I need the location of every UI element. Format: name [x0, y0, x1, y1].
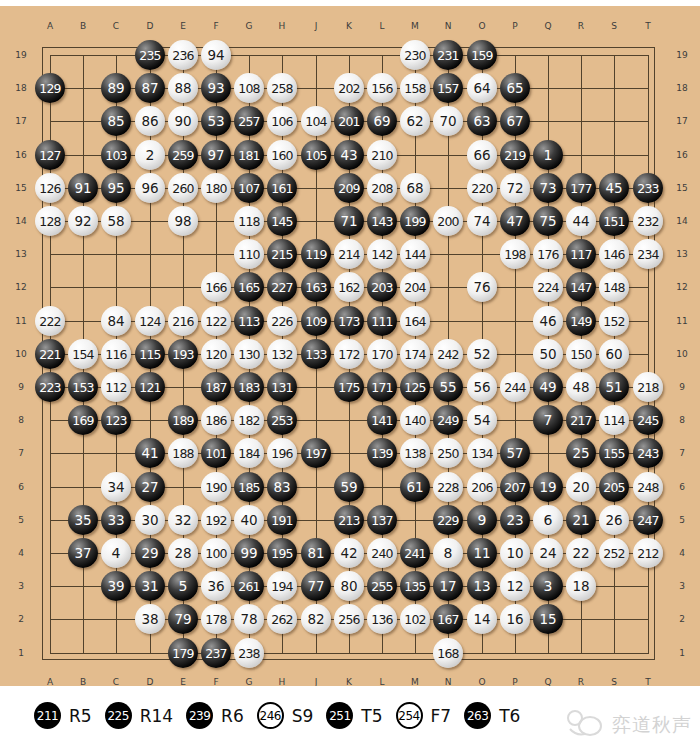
stone-K5: 213 [334, 505, 364, 535]
watermark: 弈道秋声 [563, 706, 692, 744]
col-label-N-top: N [438, 20, 458, 32]
stone-J11: 109 [301, 306, 331, 336]
stone-Q9: 49 [533, 372, 563, 402]
stone-L14: 143 [367, 206, 397, 236]
stone-Q8: 7 [533, 405, 563, 435]
legend-point-T6: T6 [499, 706, 520, 726]
stone-T14: 232 [633, 206, 663, 236]
stone-K9: 175 [334, 372, 364, 402]
legend-stone-225: 225 [105, 702, 132, 729]
stone-T6: 248 [633, 472, 663, 502]
stone-M2: 102 [400, 604, 430, 634]
stone-L10: 170 [367, 339, 397, 369]
stone-D5: 30 [135, 505, 165, 535]
stone-S9: 51 [599, 372, 629, 402]
stone-T7: 243 [633, 438, 663, 468]
stone-G17: 257 [234, 106, 264, 136]
stone-C16: 103 [101, 140, 131, 170]
stone-F6: 190 [201, 472, 231, 502]
stone-K14: 71 [334, 206, 364, 236]
stone-D16: 2 [135, 140, 165, 170]
row-label-8-left: 8 [9, 414, 33, 426]
stone-Q16: 1 [533, 140, 563, 170]
stone-Q6: 19 [533, 472, 563, 502]
stone-H15: 161 [267, 173, 297, 203]
stone-L16: 210 [367, 140, 397, 170]
stone-S8: 114 [599, 405, 629, 435]
stone-O7: 134 [467, 438, 497, 468]
stone-N19: 231 [433, 40, 463, 70]
col-label-B-top: B [73, 20, 93, 32]
legend-point-R5: R5 [69, 706, 92, 726]
col-label-M-top: M [405, 20, 425, 32]
stone-F2: 178 [201, 604, 231, 634]
stone-D17: 86 [135, 106, 165, 136]
stone-O17: 63 [467, 106, 497, 136]
stone-P3: 12 [500, 571, 530, 601]
stone-F17: 53 [201, 106, 231, 136]
stone-F1: 237 [201, 638, 231, 668]
legend-stone-251: 251 [326, 702, 353, 729]
stone-O18: 64 [467, 73, 497, 103]
stone-C5: 33 [101, 505, 131, 535]
row-label-18-left: 18 [9, 82, 33, 94]
col-label-P-top: P [505, 20, 525, 32]
stone-O14: 74 [467, 206, 497, 236]
stone-L15: 208 [367, 173, 397, 203]
stone-J3: 77 [301, 571, 331, 601]
stone-L17: 69 [367, 106, 397, 136]
stone-C15: 95 [101, 173, 131, 203]
stone-J16: 105 [301, 140, 331, 170]
stone-K16: 43 [334, 140, 364, 170]
stone-P18: 65 [500, 73, 530, 103]
stone-F9: 187 [201, 372, 231, 402]
stone-C8: 123 [101, 405, 131, 435]
stone-K2: 256 [334, 604, 364, 634]
stone-M8: 140 [400, 405, 430, 435]
stone-S14: 151 [599, 206, 629, 236]
stone-N17: 70 [433, 106, 463, 136]
stone-E5: 32 [168, 505, 198, 535]
stone-N14: 200 [433, 206, 463, 236]
stone-E8: 189 [168, 405, 198, 435]
stone-C10: 116 [101, 339, 131, 369]
stone-A10: 221 [35, 339, 65, 369]
row-label-6-left: 6 [9, 481, 33, 493]
stone-P13: 198 [500, 239, 530, 269]
stone-H6: 83 [267, 472, 297, 502]
stone-K10: 172 [334, 339, 364, 369]
col-label-F-top: F [206, 20, 226, 32]
stone-K18: 202 [334, 73, 364, 103]
stone-O16: 66 [467, 140, 497, 170]
stone-L7: 139 [367, 438, 397, 468]
stone-J2: 82 [301, 604, 331, 634]
stone-T13: 234 [633, 239, 663, 269]
stone-F12: 166 [201, 272, 231, 302]
stone-S7: 155 [599, 438, 629, 468]
row-label-12-right: 12 [670, 281, 694, 293]
col-label-E-top: E [173, 20, 193, 32]
legend-point-F7: F7 [431, 706, 452, 726]
stone-G13: 110 [234, 239, 264, 269]
stone-L5: 137 [367, 505, 397, 535]
stone-M11: 164 [400, 306, 430, 336]
stone-R4: 22 [566, 538, 596, 568]
row-label-11-left: 11 [9, 315, 33, 327]
col-label-R-top: R [571, 20, 591, 32]
stone-M15: 68 [400, 173, 430, 203]
row-label-15-left: 15 [9, 182, 33, 194]
stone-R12: 147 [566, 272, 596, 302]
stones-doodle-icon [563, 706, 609, 744]
stone-S4: 252 [599, 538, 629, 568]
row-label-19-left: 19 [9, 49, 33, 61]
row-label-14-right: 14 [670, 215, 694, 227]
stone-R3: 18 [566, 571, 596, 601]
stone-B4: 37 [68, 538, 98, 568]
stone-F5: 192 [201, 505, 231, 535]
stone-K3: 80 [334, 571, 364, 601]
stone-O10: 52 [467, 339, 497, 369]
stone-N8: 249 [433, 405, 463, 435]
stone-O4: 11 [467, 538, 497, 568]
stone-E1: 179 [168, 638, 198, 668]
stone-F18: 93 [201, 73, 231, 103]
row-label-8-right: 8 [670, 414, 694, 426]
stone-K11: 173 [334, 306, 364, 336]
legend-stone-211: 211 [34, 702, 61, 729]
stone-O9: 56 [467, 372, 497, 402]
legend-move-263: 263T6 [464, 702, 520, 729]
stone-G4: 99 [234, 538, 264, 568]
row-label-11-right: 11 [670, 315, 694, 327]
legend-move-225: 225R14 [105, 702, 173, 729]
stone-T9: 218 [633, 372, 663, 402]
stone-H18: 258 [267, 73, 297, 103]
stone-E18: 88 [168, 73, 198, 103]
stone-G2: 78 [234, 604, 264, 634]
stone-M10: 174 [400, 339, 430, 369]
stone-J17: 104 [301, 106, 331, 136]
stone-M4: 241 [400, 538, 430, 568]
stone-R11: 149 [566, 306, 596, 336]
stone-Q14: 75 [533, 206, 563, 236]
stone-L9: 171 [367, 372, 397, 402]
stone-S6: 205 [599, 472, 629, 502]
legend-stone-246: 246 [257, 702, 284, 729]
stone-A16: 127 [35, 140, 65, 170]
legend-point-T5: T5 [361, 706, 382, 726]
stone-G10: 130 [234, 339, 264, 369]
col-label-C-top: C [106, 20, 126, 32]
stone-H17: 106 [267, 106, 297, 136]
stone-R10: 150 [566, 339, 596, 369]
stone-G7: 184 [234, 438, 264, 468]
stone-F10: 120 [201, 339, 231, 369]
stone-E11: 216 [168, 306, 198, 336]
stone-N3: 17 [433, 571, 463, 601]
row-label-6-right: 6 [670, 481, 694, 493]
stone-D4: 29 [135, 538, 165, 568]
stone-J7: 197 [301, 438, 331, 468]
stone-M6: 61 [400, 472, 430, 502]
stone-H11: 226 [267, 306, 297, 336]
stone-M19: 230 [400, 40, 430, 70]
stone-R7: 25 [566, 438, 596, 468]
stone-R9: 48 [566, 372, 596, 402]
stone-H2: 262 [267, 604, 297, 634]
stone-C6: 34 [101, 472, 131, 502]
stone-S11: 152 [599, 306, 629, 336]
stone-Q4: 24 [533, 538, 563, 568]
stone-G6: 185 [234, 472, 264, 502]
stone-C18: 89 [101, 73, 131, 103]
stone-F19: 94 [201, 40, 231, 70]
stone-K15: 209 [334, 173, 364, 203]
stone-N18: 157 [433, 73, 463, 103]
stone-N2: 167 [433, 604, 463, 634]
row-label-4-right: 4 [670, 547, 694, 559]
stone-J4: 81 [301, 538, 331, 568]
stone-P5: 23 [500, 505, 530, 535]
stone-E3: 5 [168, 571, 198, 601]
stone-G5: 40 [234, 505, 264, 535]
stone-P9: 244 [500, 372, 530, 402]
stone-S10: 60 [599, 339, 629, 369]
col-label-T-top: T [638, 20, 658, 32]
stone-P17: 67 [500, 106, 530, 136]
stone-O6: 206 [467, 472, 497, 502]
legend-move-246: 246S9 [257, 702, 314, 729]
stone-N10: 242 [433, 339, 463, 369]
row-label-9-right: 9 [670, 381, 694, 393]
stone-F8: 186 [201, 405, 231, 435]
stone-P4: 10 [500, 538, 530, 568]
row-label-17-right: 17 [670, 115, 694, 127]
stone-G3: 261 [234, 571, 264, 601]
stone-E15: 260 [168, 173, 198, 203]
stone-D3: 31 [135, 571, 165, 601]
row-label-3-right: 3 [670, 580, 694, 592]
stone-C14: 58 [101, 206, 131, 236]
legend-move-254: 254F7 [396, 702, 452, 729]
col-label-O-top: O [472, 20, 492, 32]
stone-K12: 162 [334, 272, 364, 302]
row-label-9-left: 9 [9, 381, 33, 393]
stone-N6: 228 [433, 472, 463, 502]
stone-A15: 126 [35, 173, 65, 203]
stone-F4: 100 [201, 538, 231, 568]
stone-D19: 235 [135, 40, 165, 70]
stone-T8: 245 [633, 405, 663, 435]
stone-M12: 204 [400, 272, 430, 302]
stone-Q5: 6 [533, 505, 563, 535]
stone-O19: 159 [467, 40, 497, 70]
stone-H8: 253 [267, 405, 297, 435]
legend-point-R6: R6 [221, 706, 244, 726]
row-label-1-left: 1 [9, 647, 33, 659]
go-diagram-page: AABBCCDDEEFFGGHHJJKKLLMMNNOOPPQQRRSSTT19… [0, 0, 700, 749]
stone-T4: 212 [633, 538, 663, 568]
stone-N4: 8 [433, 538, 463, 568]
col-label-A-top: A [40, 20, 60, 32]
stone-L4: 240 [367, 538, 397, 568]
stone-R5: 21 [566, 505, 596, 535]
stone-E16: 259 [168, 140, 198, 170]
stone-D7: 41 [135, 438, 165, 468]
col-label-S-top: S [604, 20, 624, 32]
stone-E14: 98 [168, 206, 198, 236]
stone-C17: 85 [101, 106, 131, 136]
stone-C11: 84 [101, 306, 131, 336]
stone-G18: 108 [234, 73, 264, 103]
col-label-L-top: L [372, 20, 392, 32]
row-label-19-right: 19 [670, 49, 694, 61]
stone-M18: 158 [400, 73, 430, 103]
stone-G12: 165 [234, 272, 264, 302]
stone-O5: 9 [467, 505, 497, 535]
stone-Q3: 3 [533, 571, 563, 601]
row-label-2-left: 2 [9, 613, 33, 625]
stone-K17: 201 [334, 106, 364, 136]
legend-move-239: 239R6 [186, 702, 244, 729]
stone-Q10: 50 [533, 339, 563, 369]
stone-O2: 14 [467, 604, 497, 634]
stone-H9: 131 [267, 372, 297, 402]
stone-N7: 250 [433, 438, 463, 468]
col-label-J-top: J [306, 20, 326, 32]
stone-D15: 96 [135, 173, 165, 203]
stone-H10: 132 [267, 339, 297, 369]
stone-D6: 27 [135, 472, 165, 502]
stone-G14: 118 [234, 206, 264, 236]
stone-O8: 54 [467, 405, 497, 435]
stone-L8: 141 [367, 405, 397, 435]
row-label-16-left: 16 [9, 149, 33, 161]
stone-A14: 128 [35, 206, 65, 236]
row-label-1-right: 1 [670, 647, 694, 659]
stone-J13: 119 [301, 239, 331, 269]
col-label-G-top: G [239, 20, 259, 32]
stone-Q12: 224 [533, 272, 563, 302]
row-label-16-right: 16 [670, 149, 694, 161]
stone-Q15: 73 [533, 173, 563, 203]
stone-E4: 28 [168, 538, 198, 568]
stone-K6: 59 [334, 472, 364, 502]
stone-G11: 113 [234, 306, 264, 336]
row-label-15-right: 15 [670, 182, 694, 194]
stone-L12: 203 [367, 272, 397, 302]
stone-H16: 160 [267, 140, 297, 170]
move-legend: 211R5225R14239R6246S9251T5254F7263T6 [34, 702, 520, 729]
row-label-2-right: 2 [670, 613, 694, 625]
stone-A11: 222 [35, 306, 65, 336]
stone-Q2: 15 [533, 604, 563, 634]
stone-G1: 238 [234, 638, 264, 668]
col-label-K-top: K [339, 20, 359, 32]
stone-H3: 194 [267, 571, 297, 601]
stone-O15: 220 [467, 173, 497, 203]
stone-F16: 97 [201, 140, 231, 170]
stone-P16: 219 [500, 140, 530, 170]
legend-stone-263: 263 [464, 702, 491, 729]
stone-C4: 4 [101, 538, 131, 568]
stone-H5: 191 [267, 505, 297, 535]
col-label-H-top: H [272, 20, 292, 32]
stone-S12: 148 [599, 272, 629, 302]
row-label-18-right: 18 [670, 82, 694, 94]
stone-D10: 115 [135, 339, 165, 369]
stone-L13: 142 [367, 239, 397, 269]
stone-J12: 163 [301, 272, 331, 302]
legend-point-R14: R14 [140, 706, 173, 726]
stone-P15: 72 [500, 173, 530, 203]
stone-H13: 215 [267, 239, 297, 269]
legend-point-S9: S9 [292, 706, 314, 726]
stone-G9: 183 [234, 372, 264, 402]
stone-R13: 117 [566, 239, 596, 269]
stone-Q11: 46 [533, 306, 563, 336]
stone-E17: 90 [168, 106, 198, 136]
stone-A18: 129 [35, 73, 65, 103]
stone-L3: 255 [367, 571, 397, 601]
stone-G15: 107 [234, 173, 264, 203]
stone-C3: 39 [101, 571, 131, 601]
row-label-17-left: 17 [9, 115, 33, 127]
stone-L18: 156 [367, 73, 397, 103]
stone-N9: 55 [433, 372, 463, 402]
row-label-10-right: 10 [670, 348, 694, 360]
stone-P2: 16 [500, 604, 530, 634]
stone-B10: 154 [68, 339, 98, 369]
stone-P6: 207 [500, 472, 530, 502]
row-label-5-left: 5 [9, 514, 33, 526]
row-label-13-left: 13 [9, 248, 33, 260]
stone-R15: 177 [566, 173, 596, 203]
stone-Q13: 176 [533, 239, 563, 269]
stone-L2: 136 [367, 604, 397, 634]
stone-F11: 122 [201, 306, 231, 336]
stone-B8: 169 [68, 405, 98, 435]
row-label-7-left: 7 [9, 447, 33, 459]
stone-B5: 35 [68, 505, 98, 535]
stone-T15: 233 [633, 173, 663, 203]
stone-E7: 188 [168, 438, 198, 468]
row-label-12-left: 12 [9, 281, 33, 293]
stone-L11: 111 [367, 306, 397, 336]
stone-H4: 195 [267, 538, 297, 568]
stone-F15: 180 [201, 173, 231, 203]
stone-M7: 138 [400, 438, 430, 468]
caption-bar: 211R5225R14239R6246S9251T5254F7263T6 弈道秋… [0, 686, 700, 749]
stone-F7: 101 [201, 438, 231, 468]
stone-D2: 38 [135, 604, 165, 634]
stone-G8: 182 [234, 405, 264, 435]
stone-N5: 229 [433, 505, 463, 535]
stone-B15: 91 [68, 173, 98, 203]
legend-stone-239: 239 [186, 702, 213, 729]
stone-A9: 223 [35, 372, 65, 402]
stone-H7: 196 [267, 438, 297, 468]
watermark-text: 弈道秋声 [612, 712, 692, 738]
stone-K4: 42 [334, 538, 364, 568]
stone-E19: 236 [168, 40, 198, 70]
stone-E2: 79 [168, 604, 198, 634]
legend-move-251: 251T5 [326, 702, 382, 729]
stone-J10: 133 [301, 339, 331, 369]
